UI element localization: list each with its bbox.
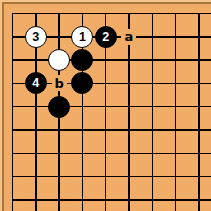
intersection-h12 (164, 165, 187, 188)
intersection-j19 (187, 2, 210, 25)
intersection-c17 (47, 48, 70, 71)
intersection-d14 (71, 118, 94, 141)
intersection-c18 (47, 25, 70, 48)
intersection-a18 (1, 25, 24, 48)
board-intersections: 312a4b (1, 2, 211, 211)
intersection-a12 (1, 165, 24, 188)
intersection-j13 (187, 142, 210, 165)
intersection-g18 (141, 25, 164, 48)
intersection-a14 (1, 118, 24, 141)
intersection-c15 (47, 95, 70, 118)
intersection-b16: 4 (24, 72, 47, 95)
intersection-j14 (187, 118, 210, 141)
intersection-f15 (117, 95, 140, 118)
intersection-c14 (47, 118, 70, 141)
intersection-c13 (47, 142, 70, 165)
intersection-d12 (71, 165, 94, 188)
intersection-c16: b (47, 72, 70, 95)
intersection-d15 (71, 95, 94, 118)
intersection-e12 (94, 165, 117, 188)
stone-black-c15 (48, 96, 70, 118)
intersection-h14 (164, 118, 187, 141)
intersection-e13 (94, 142, 117, 165)
intersection-j15 (187, 95, 210, 118)
intersection-a17 (1, 48, 24, 71)
stone-black-e18: 2 (95, 26, 117, 48)
intersection-f13 (117, 142, 140, 165)
intersection-h15 (164, 95, 187, 118)
intersection-c11 (47, 188, 70, 211)
intersection-j16 (187, 72, 210, 95)
go-board: 312a4b (0, 0, 211, 211)
intersection-g11 (141, 188, 164, 211)
intersection-h19 (164, 2, 187, 25)
stone-black-d17 (71, 49, 93, 71)
intersection-d11 (71, 188, 94, 211)
intersection-a16 (1, 72, 24, 95)
intersection-e11 (94, 188, 117, 211)
intersection-c12 (47, 165, 70, 188)
intersection-j17 (187, 48, 210, 71)
intersection-b12 (24, 165, 47, 188)
point-label-a: a (121, 29, 136, 45)
intersection-a11 (1, 188, 24, 211)
intersection-b14 (24, 118, 47, 141)
intersection-b18: 3 (24, 25, 47, 48)
intersection-b19 (24, 2, 47, 25)
intersection-f11 (117, 188, 140, 211)
intersection-f16 (117, 72, 140, 95)
intersection-c19 (47, 2, 70, 25)
stone-white-b18: 3 (25, 26, 47, 48)
intersection-g15 (141, 95, 164, 118)
intersection-d18: 1 (71, 25, 94, 48)
intersection-g12 (141, 165, 164, 188)
intersection-b17 (24, 48, 47, 71)
stone-move-number: 1 (79, 31, 86, 44)
intersection-f17 (117, 48, 140, 71)
intersection-h16 (164, 72, 187, 95)
intersection-a19 (1, 2, 24, 25)
intersection-h18 (164, 25, 187, 48)
intersection-e15 (94, 95, 117, 118)
intersection-f14 (117, 118, 140, 141)
intersection-a13 (1, 142, 24, 165)
intersection-d17 (71, 48, 94, 71)
intersection-f12 (117, 165, 140, 188)
intersection-j12 (187, 165, 210, 188)
intersection-e18: 2 (94, 25, 117, 48)
intersection-e16 (94, 72, 117, 95)
intersection-g14 (141, 118, 164, 141)
intersection-j11 (187, 188, 210, 211)
stone-move-number: 3 (32, 31, 39, 44)
intersection-b11 (24, 188, 47, 211)
intersection-d19 (71, 2, 94, 25)
intersection-g17 (141, 48, 164, 71)
intersection-d16 (71, 72, 94, 95)
intersection-f18: a (117, 25, 140, 48)
intersection-b15 (24, 95, 47, 118)
stone-black-d16 (71, 72, 93, 94)
intersection-e14 (94, 118, 117, 141)
intersection-h11 (164, 188, 187, 211)
intersection-h13 (164, 142, 187, 165)
intersection-g16 (141, 72, 164, 95)
intersection-a15 (1, 95, 24, 118)
intersection-d13 (71, 142, 94, 165)
intersection-b13 (24, 142, 47, 165)
intersection-g13 (141, 142, 164, 165)
stone-move-number: 2 (102, 31, 109, 44)
stone-move-number: 4 (32, 77, 39, 90)
intersection-e17 (94, 48, 117, 71)
intersection-j18 (187, 25, 210, 48)
point-label-b: b (52, 75, 67, 91)
stone-white-d18: 1 (71, 26, 93, 48)
stone-white-c17 (48, 49, 70, 71)
intersection-h17 (164, 48, 187, 71)
stone-black-b16: 4 (25, 72, 47, 94)
intersection-e19 (94, 2, 117, 25)
intersection-f19 (117, 2, 140, 25)
intersection-g19 (141, 2, 164, 25)
